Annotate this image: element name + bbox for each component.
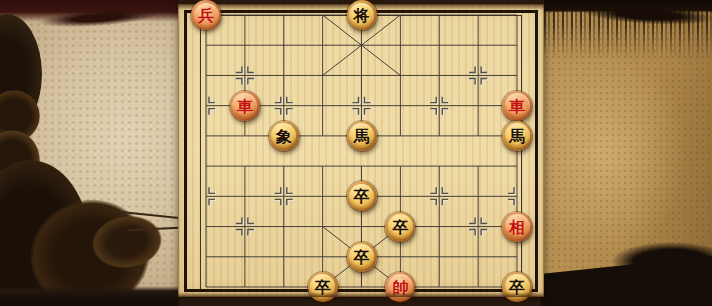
piece-glyph: 卒 — [354, 249, 370, 265]
piece-face: 将 — [349, 3, 374, 28]
piece-face: 卒 — [388, 214, 413, 239]
piece-face: 車 — [505, 93, 530, 118]
piece-red-general[interactable]: 帥 — [385, 272, 415, 302]
piece-black-general[interactable]: 将 — [347, 0, 377, 30]
piece-red-elephant[interactable]: 相 — [502, 212, 532, 242]
screenshot: 兵将車車象馬馬卒卒相卒卒帥卒 — [0, 0, 712, 306]
xiangqi-board[interactable]: 兵将車車象馬馬卒卒相卒卒帥卒 — [178, 4, 544, 297]
piece-face: 馬 — [349, 123, 374, 148]
piece-glyph: 卒 — [315, 279, 331, 295]
piece-face: 車 — [232, 93, 257, 118]
piece-glyph: 車 — [509, 98, 525, 114]
piece-face: 兵 — [194, 3, 219, 28]
piece-black-soldier[interactable]: 卒 — [385, 212, 415, 242]
piece-glyph: 車 — [237, 98, 253, 114]
piece-face: 相 — [505, 214, 530, 239]
piece-red-soldier[interactable]: 兵 — [191, 0, 221, 30]
piece-face: 帥 — [388, 274, 413, 299]
piece-glyph: 卒 — [354, 189, 370, 205]
piece-glyph: 兵 — [198, 8, 214, 24]
piece-black-soldier[interactable]: 卒 — [308, 272, 338, 302]
piece-black-soldier[interactable]: 卒 — [347, 181, 377, 211]
piece-face: 象 — [271, 123, 296, 148]
piece-glyph: 将 — [354, 8, 370, 24]
piece-glyph: 象 — [276, 128, 292, 144]
piece-black-soldier[interactable]: 卒 — [347, 242, 377, 272]
piece-black-horse[interactable]: 馬 — [347, 121, 377, 151]
background-right-parchment — [544, 0, 712, 306]
piece-glyph: 帥 — [392, 279, 408, 295]
background-left-dragon-carving — [0, 0, 179, 306]
piece-face: 卒 — [349, 184, 374, 209]
piece-black-elephant[interactable]: 象 — [269, 121, 299, 151]
piece-face: 卒 — [349, 244, 374, 269]
piece-black-horse[interactable]: 馬 — [502, 121, 532, 151]
background-bottom-band — [0, 286, 179, 306]
piece-face: 卒 — [310, 274, 335, 299]
piece-red-chariot[interactable]: 車 — [230, 91, 260, 121]
piece-glyph: 卒 — [392, 219, 408, 235]
piece-glyph: 相 — [509, 219, 525, 235]
piece-black-soldier[interactable]: 卒 — [502, 272, 532, 302]
piece-glyph: 卒 — [509, 279, 525, 295]
piece-red-chariot[interactable]: 車 — [502, 91, 532, 121]
piece-face: 馬 — [505, 123, 530, 148]
piece-glyph: 馬 — [509, 128, 525, 144]
piece-face: 卒 — [505, 274, 530, 299]
piece-glyph: 馬 — [354, 128, 370, 144]
